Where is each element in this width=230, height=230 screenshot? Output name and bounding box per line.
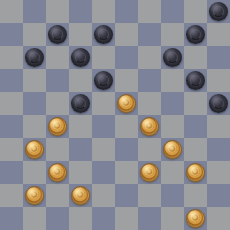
square-15[interactable]	[207, 46, 230, 69]
square-6[interactable]	[0, 23, 23, 46]
white-man[interactable]	[186, 209, 205, 228]
square-27[interactable]	[46, 115, 69, 138]
square-25[interactable]	[207, 92, 230, 115]
light-square	[46, 0, 69, 23]
light-square	[138, 92, 161, 115]
light-square	[69, 207, 92, 230]
draughts-board	[0, 0, 230, 230]
square-20[interactable]	[184, 69, 207, 92]
light-square	[161, 115, 184, 138]
square-26[interactable]	[0, 115, 23, 138]
black-man[interactable]	[94, 25, 113, 44]
light-square	[23, 161, 46, 184]
square-43[interactable]	[115, 184, 138, 207]
white-man[interactable]	[140, 163, 159, 182]
light-square	[69, 23, 92, 46]
square-9[interactable]	[138, 23, 161, 46]
light-square	[207, 115, 230, 138]
black-man[interactable]	[71, 48, 90, 67]
light-square	[46, 92, 69, 115]
light-square	[138, 46, 161, 69]
light-square	[184, 0, 207, 23]
light-square	[161, 207, 184, 230]
square-1[interactable]	[23, 0, 46, 23]
black-man[interactable]	[71, 94, 90, 113]
white-man[interactable]	[117, 94, 136, 113]
square-33[interactable]	[115, 138, 138, 161]
light-square	[23, 23, 46, 46]
black-man[interactable]	[163, 48, 182, 67]
black-man[interactable]	[186, 71, 205, 90]
light-square	[0, 92, 23, 115]
square-14[interactable]	[161, 46, 184, 69]
square-19[interactable]	[138, 69, 161, 92]
white-man[interactable]	[25, 186, 44, 205]
light-square	[46, 138, 69, 161]
white-man[interactable]	[163, 140, 182, 159]
square-4[interactable]	[161, 0, 184, 23]
square-38[interactable]	[92, 161, 115, 184]
black-man[interactable]	[25, 48, 44, 67]
square-22[interactable]	[69, 92, 92, 115]
square-46[interactable]	[0, 207, 23, 230]
black-man[interactable]	[48, 25, 67, 44]
light-square	[46, 184, 69, 207]
light-square	[0, 138, 23, 161]
square-39[interactable]	[138, 161, 161, 184]
square-34[interactable]	[161, 138, 184, 161]
square-11[interactable]	[23, 46, 46, 69]
light-square	[207, 23, 230, 46]
light-square	[115, 115, 138, 138]
square-40[interactable]	[184, 161, 207, 184]
light-square	[184, 138, 207, 161]
light-square	[115, 207, 138, 230]
light-square	[207, 69, 230, 92]
light-square	[92, 184, 115, 207]
square-31[interactable]	[23, 138, 46, 161]
square-17[interactable]	[46, 69, 69, 92]
square-45[interactable]	[207, 184, 230, 207]
square-8[interactable]	[92, 23, 115, 46]
light-square	[115, 161, 138, 184]
light-square	[161, 23, 184, 46]
white-man[interactable]	[186, 163, 205, 182]
square-36[interactable]	[0, 161, 23, 184]
light-square	[138, 184, 161, 207]
square-41[interactable]	[23, 184, 46, 207]
square-47[interactable]	[46, 207, 69, 230]
white-man[interactable]	[48, 163, 67, 182]
square-23[interactable]	[115, 92, 138, 115]
light-square	[184, 92, 207, 115]
light-square	[23, 115, 46, 138]
light-square	[115, 23, 138, 46]
square-28[interactable]	[92, 115, 115, 138]
square-50[interactable]	[184, 207, 207, 230]
light-square	[69, 115, 92, 138]
light-square	[115, 69, 138, 92]
light-square	[92, 0, 115, 23]
light-square	[161, 161, 184, 184]
light-square	[184, 184, 207, 207]
square-12[interactable]	[69, 46, 92, 69]
light-square	[0, 0, 23, 23]
light-square	[69, 69, 92, 92]
square-5[interactable]	[207, 0, 230, 23]
light-square	[46, 46, 69, 69]
light-square	[92, 46, 115, 69]
square-35[interactable]	[207, 138, 230, 161]
square-48[interactable]	[92, 207, 115, 230]
square-10[interactable]	[184, 23, 207, 46]
square-3[interactable]	[115, 0, 138, 23]
light-square	[138, 138, 161, 161]
light-square	[207, 161, 230, 184]
square-29[interactable]	[138, 115, 161, 138]
square-49[interactable]	[138, 207, 161, 230]
black-man[interactable]	[209, 94, 228, 113]
light-square	[92, 92, 115, 115]
square-13[interactable]	[115, 46, 138, 69]
light-square	[0, 46, 23, 69]
black-man[interactable]	[209, 2, 228, 21]
light-square	[184, 46, 207, 69]
light-square	[69, 161, 92, 184]
light-square	[207, 207, 230, 230]
white-man[interactable]	[25, 140, 44, 159]
square-18[interactable]	[92, 69, 115, 92]
light-square	[161, 69, 184, 92]
light-square	[0, 184, 23, 207]
square-21[interactable]	[23, 92, 46, 115]
black-man[interactable]	[186, 25, 205, 44]
white-man[interactable]	[140, 117, 159, 136]
square-42[interactable]	[69, 184, 92, 207]
light-square	[92, 138, 115, 161]
square-24[interactable]	[161, 92, 184, 115]
square-44[interactable]	[161, 184, 184, 207]
square-30[interactable]	[184, 115, 207, 138]
square-7[interactable]	[46, 23, 69, 46]
white-man[interactable]	[48, 117, 67, 136]
light-square	[23, 69, 46, 92]
black-man[interactable]	[94, 71, 113, 90]
white-man[interactable]	[71, 186, 90, 205]
square-37[interactable]	[46, 161, 69, 184]
light-square	[23, 207, 46, 230]
light-square	[138, 0, 161, 23]
square-32[interactable]	[69, 138, 92, 161]
square-2[interactable]	[69, 0, 92, 23]
square-16[interactable]	[0, 69, 23, 92]
